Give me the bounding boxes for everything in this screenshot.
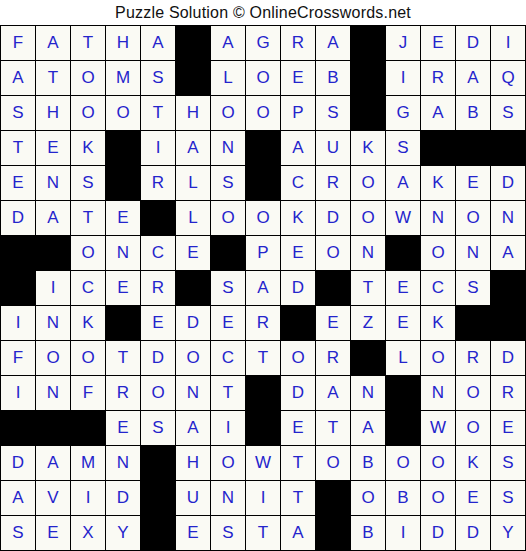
letter-cell: K — [421, 166, 456, 201]
letter-cell: D — [316, 201, 351, 236]
black-cell — [141, 481, 176, 516]
letter-cell: O — [386, 446, 421, 481]
black-cell — [316, 481, 351, 516]
letter-cell: K — [71, 306, 106, 341]
letter-cell: G — [246, 26, 281, 61]
letter-cell: R — [246, 306, 281, 341]
letter-cell: I — [1, 306, 36, 341]
letter-cell: Y — [106, 516, 141, 551]
letter-cell: A — [386, 166, 421, 201]
letter-cell: B — [456, 96, 491, 131]
page-title: Puzzle Solution © OnlineCrosswords.net — [0, 0, 526, 25]
letter-cell: T — [211, 376, 246, 411]
letter-cell: F — [1, 341, 36, 376]
letter-cell: N — [351, 236, 386, 271]
letter-cell: G — [386, 96, 421, 131]
letter-cell: I — [211, 411, 246, 446]
black-cell — [421, 131, 456, 166]
letter-cell: N — [456, 236, 491, 271]
letter-cell: A — [351, 411, 386, 446]
black-cell — [456, 306, 491, 341]
letter-cell: T — [281, 446, 316, 481]
letter-cell: L — [211, 61, 246, 96]
letter-cell: E — [456, 481, 491, 516]
letter-cell: D — [176, 306, 211, 341]
letter-cell: A — [1, 481, 36, 516]
letter-cell: D — [491, 166, 526, 201]
black-cell — [491, 131, 526, 166]
letter-cell: E — [386, 306, 421, 341]
black-cell — [351, 341, 386, 376]
letter-cell: S — [491, 481, 526, 516]
letter-cell: I — [36, 271, 71, 306]
letter-cell: O — [211, 96, 246, 131]
letter-cell: B — [386, 481, 421, 516]
letter-cell: E — [176, 516, 211, 551]
letter-cell: S — [141, 61, 176, 96]
letter-cell: A — [1, 61, 36, 96]
letter-cell: K — [351, 131, 386, 166]
letter-cell: R — [141, 166, 176, 201]
letter-cell: E — [211, 306, 246, 341]
letter-cell: S — [211, 271, 246, 306]
black-cell — [36, 411, 71, 446]
letter-cell: K — [281, 201, 316, 236]
letter-cell: Q — [491, 61, 526, 96]
letter-cell: O — [421, 481, 456, 516]
letter-cell: E — [36, 131, 71, 166]
black-cell — [246, 131, 281, 166]
letter-cell: T — [246, 341, 281, 376]
letter-cell: O — [141, 376, 176, 411]
letter-cell: D — [456, 26, 491, 61]
letter-cell: T — [351, 271, 386, 306]
letter-cell: O — [316, 446, 351, 481]
black-cell — [141, 201, 176, 236]
letter-cell: D — [1, 446, 36, 481]
letter-cell: O — [36, 341, 71, 376]
letter-cell: Z — [351, 306, 386, 341]
crossword-grid: FATHAAGRAJEDIATOMSLOEBIRAQSHOOTHOOPSGABS… — [0, 25, 526, 551]
letter-cell: O — [456, 376, 491, 411]
letter-cell: A — [211, 26, 246, 61]
puzzle-solution-page: Puzzle Solution © OnlineCrosswords.net F… — [0, 0, 526, 551]
letter-cell: A — [36, 26, 71, 61]
letter-cell: E — [1, 166, 36, 201]
letter-cell: E — [106, 201, 141, 236]
letter-cell: H — [106, 26, 141, 61]
letter-cell: O — [71, 341, 106, 376]
black-cell — [106, 166, 141, 201]
letter-cell: L — [176, 166, 211, 201]
letter-cell: D — [141, 341, 176, 376]
letter-cell: C — [281, 166, 316, 201]
letter-cell: R — [316, 166, 351, 201]
black-cell — [386, 411, 421, 446]
letter-cell: W — [246, 446, 281, 481]
black-cell — [316, 516, 351, 551]
black-cell — [316, 271, 351, 306]
letter-cell: R — [456, 341, 491, 376]
black-cell — [491, 306, 526, 341]
letter-cell: O — [456, 201, 491, 236]
letter-cell: A — [316, 26, 351, 61]
letter-cell: E — [386, 271, 421, 306]
letter-cell: A — [456, 61, 491, 96]
letter-cell: D — [281, 271, 316, 306]
black-cell — [351, 26, 386, 61]
letter-cell: E — [281, 411, 316, 446]
letter-cell: E — [36, 516, 71, 551]
letter-cell: F — [71, 376, 106, 411]
letter-cell: O — [281, 341, 316, 376]
letter-cell: S — [386, 131, 421, 166]
letter-cell: N — [421, 376, 456, 411]
letter-cell: I — [246, 481, 281, 516]
letter-cell: A — [36, 446, 71, 481]
letter-cell: S — [1, 96, 36, 131]
letter-cell: K — [421, 306, 456, 341]
letter-cell: S — [141, 411, 176, 446]
letter-cell: P — [246, 236, 281, 271]
letter-cell: O — [71, 236, 106, 271]
letter-cell: E — [316, 306, 351, 341]
black-cell — [246, 376, 281, 411]
black-cell — [491, 271, 526, 306]
black-cell — [176, 26, 211, 61]
letter-cell: N — [106, 236, 141, 271]
letter-cell: I — [491, 26, 526, 61]
letter-cell: N — [36, 306, 71, 341]
letter-cell: N — [176, 376, 211, 411]
letter-cell: O — [421, 236, 456, 271]
black-cell — [141, 516, 176, 551]
letter-cell: R — [421, 61, 456, 96]
letter-cell: O — [421, 446, 456, 481]
letter-cell: A — [281, 516, 316, 551]
letter-cell: O — [351, 201, 386, 236]
letter-cell: D — [281, 376, 316, 411]
letter-cell: C — [71, 271, 106, 306]
black-cell — [106, 306, 141, 341]
letter-cell: O — [316, 236, 351, 271]
letter-cell: U — [176, 481, 211, 516]
letter-cell: A — [176, 411, 211, 446]
letter-cell: O — [456, 411, 491, 446]
letter-cell: N — [36, 166, 71, 201]
black-cell — [386, 236, 421, 271]
letter-cell: K — [456, 446, 491, 481]
letter-cell: D — [456, 516, 491, 551]
letter-cell: O — [351, 481, 386, 516]
letter-cell: T — [1, 131, 36, 166]
letter-cell: T — [141, 96, 176, 131]
letter-cell: Y — [491, 516, 526, 551]
letter-cell: R — [316, 341, 351, 376]
letter-cell: R — [281, 26, 316, 61]
letter-cell: I — [141, 131, 176, 166]
letter-cell: I — [71, 481, 106, 516]
letter-cell: R — [141, 271, 176, 306]
letter-cell: D — [421, 516, 456, 551]
black-cell — [386, 376, 421, 411]
letter-cell: A — [491, 236, 526, 271]
letter-cell: C — [141, 236, 176, 271]
letter-cell: D — [1, 201, 36, 236]
black-cell — [176, 271, 211, 306]
black-cell — [281, 306, 316, 341]
black-cell — [36, 236, 71, 271]
letter-cell: P — [281, 96, 316, 131]
letter-cell: F — [1, 26, 36, 61]
letter-cell: W — [421, 411, 456, 446]
letter-cell: N — [351, 376, 386, 411]
letter-cell: L — [176, 201, 211, 236]
letter-cell: S — [316, 96, 351, 131]
letter-cell: S — [211, 166, 246, 201]
letter-cell: O — [211, 201, 246, 236]
letter-cell: H — [176, 446, 211, 481]
letter-cell: O — [211, 446, 246, 481]
letter-cell: W — [386, 201, 421, 236]
letter-cell: T — [106, 341, 141, 376]
letter-cell: E — [106, 271, 141, 306]
letter-cell: A — [141, 26, 176, 61]
letter-cell: S — [456, 271, 491, 306]
letter-cell: E — [176, 236, 211, 271]
letter-cell: D — [491, 341, 526, 376]
letter-cell: E — [281, 61, 316, 96]
letter-cell: O — [246, 201, 281, 236]
black-cell — [141, 446, 176, 481]
letter-cell: T — [71, 201, 106, 236]
letter-cell: T — [281, 481, 316, 516]
black-cell — [456, 131, 491, 166]
letter-cell: O — [246, 96, 281, 131]
letter-cell: E — [141, 306, 176, 341]
letter-cell: E — [106, 411, 141, 446]
letter-cell: U — [316, 131, 351, 166]
letter-cell: B — [351, 446, 386, 481]
letter-cell: N — [421, 201, 456, 236]
letter-cell: S — [491, 96, 526, 131]
letter-cell: A — [246, 271, 281, 306]
letter-cell: V — [36, 481, 71, 516]
letter-cell: O — [71, 61, 106, 96]
letter-cell: R — [106, 376, 141, 411]
letter-cell: M — [106, 61, 141, 96]
letter-cell: E — [491, 411, 526, 446]
black-cell — [71, 411, 106, 446]
letter-cell: O — [176, 341, 211, 376]
black-cell — [246, 411, 281, 446]
letter-cell: S — [71, 166, 106, 201]
letter-cell: O — [246, 61, 281, 96]
letter-cell: A — [36, 201, 71, 236]
letter-cell: O — [106, 96, 141, 131]
letter-cell: N — [491, 201, 526, 236]
letter-cell: X — [71, 516, 106, 551]
letter-cell: H — [176, 96, 211, 131]
letter-cell: E — [421, 26, 456, 61]
letter-cell: R — [491, 376, 526, 411]
letter-cell: A — [281, 131, 316, 166]
letter-cell: N — [211, 131, 246, 166]
letter-cell: S — [1, 516, 36, 551]
letter-cell: L — [386, 341, 421, 376]
letter-cell: A — [421, 96, 456, 131]
letter-cell: C — [421, 271, 456, 306]
letter-cell: E — [456, 166, 491, 201]
black-cell — [176, 61, 211, 96]
black-cell — [106, 131, 141, 166]
letter-cell: T — [71, 26, 106, 61]
black-cell — [1, 411, 36, 446]
black-cell — [1, 236, 36, 271]
letter-cell: B — [316, 61, 351, 96]
letter-cell: O — [71, 96, 106, 131]
letter-cell: N — [106, 446, 141, 481]
letter-cell: N — [36, 376, 71, 411]
letter-cell: T — [36, 61, 71, 96]
letter-cell: I — [386, 516, 421, 551]
black-cell — [246, 166, 281, 201]
letter-cell: A — [316, 376, 351, 411]
letter-cell: K — [71, 131, 106, 166]
letter-cell: M — [71, 446, 106, 481]
letter-cell: O — [351, 166, 386, 201]
letter-cell: I — [1, 376, 36, 411]
letter-cell: T — [316, 411, 351, 446]
letter-cell: B — [351, 516, 386, 551]
letter-cell: C — [211, 341, 246, 376]
letter-cell: J — [386, 26, 421, 61]
black-cell — [351, 96, 386, 131]
letter-cell: D — [106, 481, 141, 516]
letter-cell: N — [211, 481, 246, 516]
letter-cell: S — [491, 446, 526, 481]
letter-cell: H — [36, 96, 71, 131]
letter-cell: A — [176, 131, 211, 166]
black-cell — [211, 236, 246, 271]
letter-cell: T — [246, 516, 281, 551]
black-cell — [351, 61, 386, 96]
letter-cell: O — [421, 341, 456, 376]
letter-cell: S — [211, 516, 246, 551]
black-cell — [1, 271, 36, 306]
letter-cell: I — [386, 61, 421, 96]
letter-cell: E — [281, 236, 316, 271]
